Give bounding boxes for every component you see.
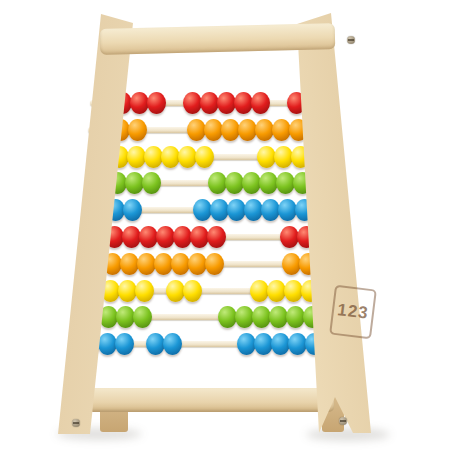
- bead-group: [218, 306, 322, 328]
- red-bead[interactable]: [173, 226, 192, 248]
- red-bead[interactable]: [139, 226, 158, 248]
- bead-group: [146, 333, 182, 355]
- bead-group: [193, 199, 314, 221]
- green-bead[interactable]: [142, 172, 161, 194]
- bead-group: [166, 280, 202, 302]
- yellow-bead[interactable]: [127, 146, 146, 168]
- abacus-row-2-orange: [94, 119, 308, 141]
- orange-bead[interactable]: [205, 253, 224, 275]
- abacus-row-1-red: [96, 92, 306, 114]
- orange-bead[interactable]: [137, 253, 156, 275]
- blue-bead[interactable]: [146, 333, 165, 355]
- yellow-bead[interactable]: [135, 280, 154, 302]
- bead-group: [257, 146, 310, 168]
- red-bead[interactable]: [207, 226, 226, 248]
- yellow-bead[interactable]: [195, 146, 214, 168]
- red-bead[interactable]: [122, 226, 141, 248]
- orange-bead[interactable]: [171, 253, 190, 275]
- logo-123-stamp: 123: [329, 285, 377, 340]
- abacus-row-4-green: [91, 172, 312, 194]
- abacus-row-6-red: [88, 226, 317, 248]
- abacus-row-3-yellow: [93, 146, 310, 168]
- red-bead[interactable]: [251, 92, 270, 114]
- bead-group: [250, 280, 320, 302]
- blue-bead[interactable]: [115, 333, 134, 355]
- green-bead[interactable]: [133, 306, 152, 328]
- orange-bead[interactable]: [120, 253, 139, 275]
- screw-icon: [347, 36, 355, 44]
- yellow-bead[interactable]: [161, 146, 180, 168]
- abacus-row-5-blue: [89, 199, 314, 221]
- yellow-bead[interactable]: [178, 146, 197, 168]
- red-bead[interactable]: [190, 226, 209, 248]
- screw-icon: [72, 419, 80, 427]
- orange-bead[interactable]: [154, 253, 173, 275]
- red-bead[interactable]: [156, 226, 175, 248]
- abacus-row-10-blue: [81, 333, 324, 355]
- bead-group: [187, 119, 308, 141]
- abacus-row-7-orange: [86, 253, 318, 275]
- red-bead[interactable]: [147, 92, 166, 114]
- bead-group: [183, 92, 270, 114]
- orange-bead[interactable]: [188, 253, 207, 275]
- abacus-row-9-green: [82, 306, 322, 328]
- orange-bead[interactable]: [128, 119, 147, 141]
- abacus-row-8-yellow: [84, 280, 320, 302]
- yellow-bead[interactable]: [183, 280, 202, 302]
- bead-group: [208, 172, 312, 194]
- yellow-bead[interactable]: [144, 146, 163, 168]
- screw-icon: [339, 417, 347, 425]
- blue-bead[interactable]: [123, 199, 142, 221]
- blue-bead[interactable]: [98, 333, 117, 355]
- abacus-product-photo: 123: [0, 0, 460, 460]
- bead-group: [237, 333, 324, 355]
- blue-bead[interactable]: [163, 333, 182, 355]
